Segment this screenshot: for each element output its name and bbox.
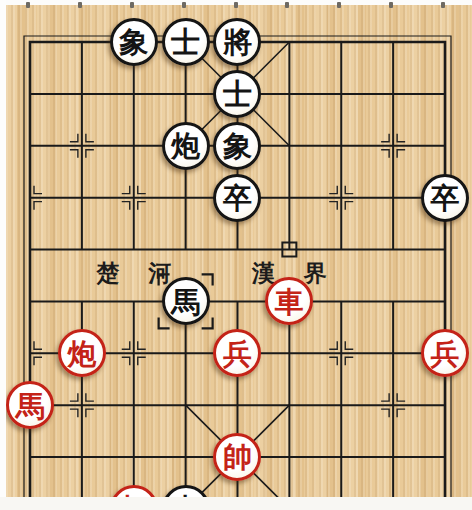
piece-red-soldier-i7[interactable]: 兵 — [421, 329, 469, 377]
file-coordinate-remnant — [78, 2, 82, 8]
file-coordinate-remnant — [285, 2, 289, 8]
piece-label: 卒 — [430, 184, 459, 213]
piece-red-soldier-e7[interactable]: 兵 — [213, 329, 261, 377]
xiangqi-app-screenshot: 楚河漢界 象士將士炮象卒卒馬車炮兵兵馬帥相車 — [0, 0, 472, 510]
file-coordinate-remnant — [234, 2, 238, 8]
piece-label: 馬 — [15, 392, 44, 421]
piece-black-soldier-e4[interactable]: 卒 — [213, 174, 261, 222]
piece-red-horse-a8[interactable]: 馬 — [6, 381, 54, 429]
file-coordinate-remnant — [130, 2, 134, 8]
piece-label: 車 — [275, 288, 304, 317]
file-coordinate-remnant — [182, 2, 186, 8]
board: 象士將士炮象卒卒馬車炮兵兵馬帥相車 — [4, 16, 471, 510]
piece-label: 炮 — [171, 132, 200, 161]
piece-label: 象 — [223, 132, 252, 161]
piece-black-advisor-e2[interactable]: 士 — [213, 70, 261, 118]
piece-black-soldier-i4[interactable]: 卒 — [421, 174, 469, 222]
file-coordinate-remnant — [337, 2, 341, 8]
piece-label: 馬 — [171, 288, 200, 317]
crop-margin-bottom — [0, 497, 472, 510]
piece-red-chariot-f6[interactable]: 車 — [265, 277, 313, 325]
piece-label: 兵 — [223, 340, 252, 369]
piece-red-cannon-b7[interactable]: 炮 — [58, 329, 106, 377]
piece-black-general-e1[interactable]: 將 — [213, 18, 261, 66]
file-coordinate-remnant — [26, 2, 30, 8]
piece-black-elephant-c1[interactable]: 象 — [110, 18, 158, 66]
piece-black-advisor-d1[interactable]: 士 — [162, 18, 210, 66]
crop-margin-left — [0, 0, 6, 497]
piece-label: 士 — [223, 80, 252, 109]
piece-label: 兵 — [430, 340, 459, 369]
piece-label: 士 — [171, 28, 200, 57]
piece-black-elephant-e3[interactable]: 象 — [213, 122, 261, 170]
piece-label: 象 — [119, 28, 148, 57]
piece-label: 炮 — [67, 340, 96, 369]
piece-label: 卒 — [223, 184, 252, 213]
piece-black-horse-d6[interactable]: 馬 — [162, 277, 210, 325]
piece-label: 將 — [223, 28, 252, 57]
piece-label: 帥 — [223, 443, 252, 472]
file-coordinate-remnant — [389, 2, 393, 8]
piece-red-general-e9[interactable]: 帥 — [213, 433, 261, 481]
piece-black-cannon-d3[interactable]: 炮 — [162, 122, 210, 170]
file-coordinate-remnant — [441, 2, 445, 8]
